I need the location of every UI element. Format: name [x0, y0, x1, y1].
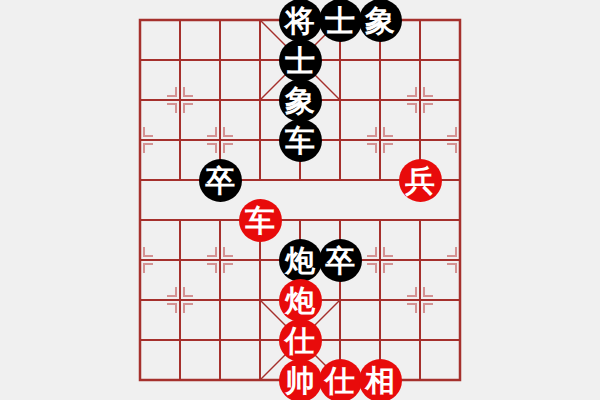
piece-glyph: 象 — [285, 79, 315, 122]
piece-glyph: 炮 — [285, 279, 315, 322]
pieces-layer: 将士象士象车卒兵车炮卒炮仕帅仕相 — [120, 0, 480, 400]
piece-glyph: 炮 — [285, 239, 315, 282]
piece-black-advisor-2[interactable]: 士 — [279, 39, 322, 82]
piece-glyph: 士 — [325, 0, 355, 42]
piece-red-cannon[interactable]: 炮 — [279, 279, 322, 322]
piece-glyph: 帅 — [285, 359, 315, 400]
piece-red-pawn[interactable]: 兵 — [399, 159, 442, 202]
piece-red-general[interactable]: 帅 — [279, 359, 322, 400]
piece-black-advisor-1[interactable]: 士 — [319, 0, 362, 42]
piece-black-elephant-2[interactable]: 象 — [279, 79, 322, 122]
piece-glyph: 车 — [245, 199, 275, 242]
piece-glyph: 士 — [285, 39, 315, 82]
piece-glyph: 象 — [365, 0, 395, 42]
piece-glyph: 仕 — [325, 359, 355, 400]
piece-black-pawn-1[interactable]: 卒 — [199, 159, 242, 202]
piece-glyph: 车 — [285, 119, 315, 162]
piece-glyph: 相 — [365, 359, 395, 400]
piece-black-cannon[interactable]: 炮 — [279, 239, 322, 282]
xiangqi-app: 将士象士象车卒兵车炮卒炮仕帅仕相 — [0, 0, 600, 400]
piece-glyph: 卒 — [205, 159, 235, 202]
piece-red-advisor-2[interactable]: 仕 — [319, 359, 362, 400]
piece-black-general[interactable]: 将 — [279, 0, 322, 42]
piece-black-chariot[interactable]: 车 — [279, 119, 322, 162]
piece-red-elephant[interactable]: 相 — [359, 359, 402, 400]
piece-red-chariot[interactable]: 车 — [239, 199, 282, 242]
piece-glyph: 兵 — [405, 159, 435, 202]
piece-glyph: 卒 — [325, 239, 355, 282]
piece-glyph: 仕 — [285, 319, 315, 362]
piece-glyph: 将 — [285, 0, 315, 42]
piece-red-advisor-1[interactable]: 仕 — [279, 319, 322, 362]
piece-black-elephant-1[interactable]: 象 — [359, 0, 402, 42]
piece-black-pawn-2[interactable]: 卒 — [319, 239, 362, 282]
